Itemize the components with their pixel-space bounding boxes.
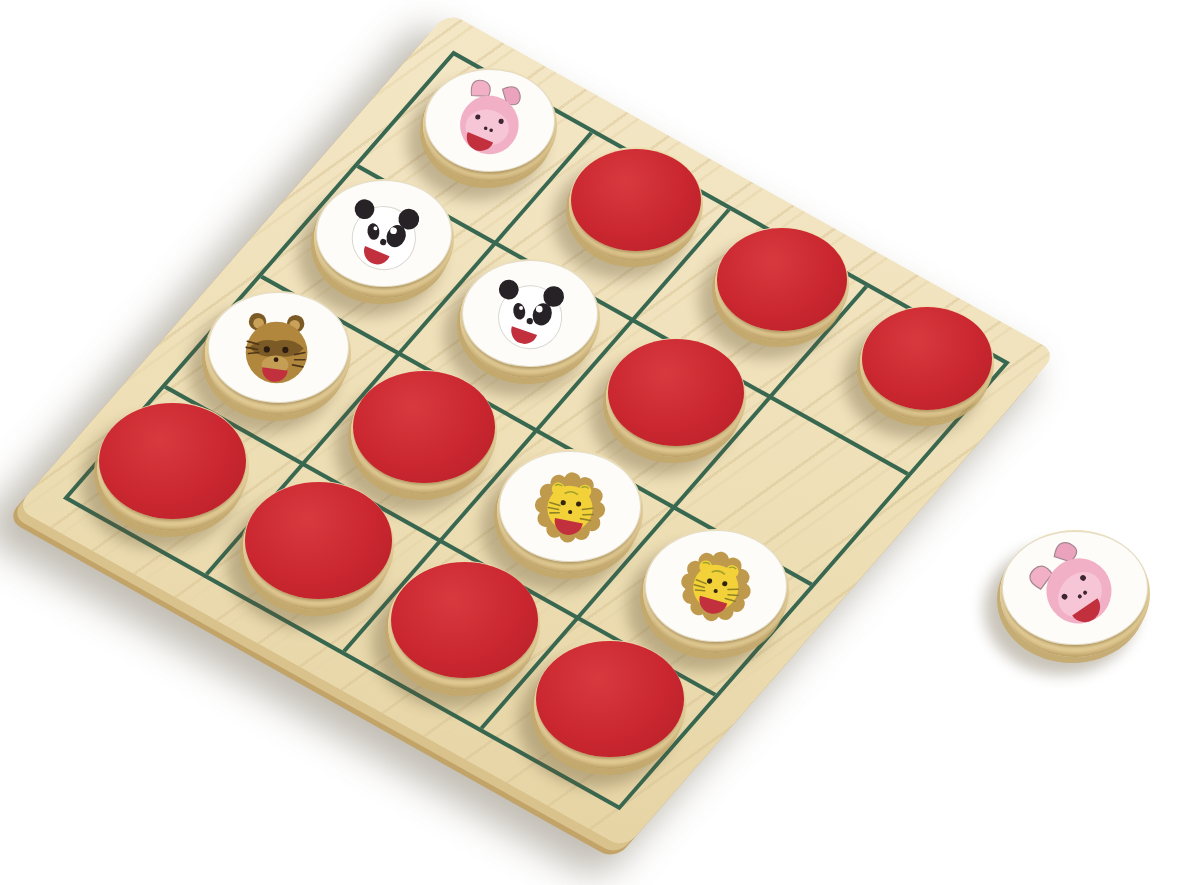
piece-red-disc[interactable] xyxy=(388,561,540,690)
piece-red-disc[interactable] xyxy=(97,402,249,531)
piece-red-disc[interactable] xyxy=(351,370,497,494)
scene-caption: Tilted wooden 4x4 animal othello board w… xyxy=(0,0,1,1)
disc-face xyxy=(245,482,392,598)
disc-face xyxy=(316,180,452,287)
disc-face xyxy=(571,149,701,252)
piece-red-disc[interactable] xyxy=(243,481,395,610)
disc-face xyxy=(391,562,538,678)
piece-pig[interactable] xyxy=(423,68,557,182)
piece-pig[interactable] xyxy=(1000,530,1150,657)
disc-face xyxy=(862,307,992,410)
piece-red-disc[interactable] xyxy=(860,306,994,420)
disc-face xyxy=(536,641,683,757)
disc-face xyxy=(608,339,744,446)
lion-face-icon xyxy=(645,530,787,642)
disc-face xyxy=(645,530,787,642)
disc-face xyxy=(1002,531,1148,645)
tanuki-face-icon xyxy=(213,296,343,399)
piece-lion[interactable] xyxy=(643,529,789,653)
piece-panda[interactable] xyxy=(460,259,600,378)
piece-red-disc[interactable] xyxy=(569,147,703,261)
disc-face xyxy=(99,403,246,519)
pig-face-icon xyxy=(425,69,554,172)
panda-face-icon xyxy=(316,180,452,287)
disc-face xyxy=(717,228,847,331)
scene: Tilted wooden 4x4 animal othello board w… xyxy=(0,0,1200,885)
piece-red-disc[interactable] xyxy=(606,338,746,457)
piece-red-disc[interactable] xyxy=(715,227,849,341)
disc-face xyxy=(425,69,555,172)
disc-face xyxy=(353,371,495,483)
piece-tanuki[interactable] xyxy=(205,291,351,415)
disc-face xyxy=(499,451,641,563)
piece-red-disc[interactable] xyxy=(534,640,686,769)
lion-face-icon xyxy=(501,451,640,563)
disc-face xyxy=(462,260,598,367)
pig-face-icon xyxy=(1002,531,1148,645)
piece-panda[interactable] xyxy=(314,179,454,298)
piece-lion[interactable] xyxy=(497,449,643,573)
panda-face-icon xyxy=(463,260,596,367)
disc-face xyxy=(208,292,350,404)
